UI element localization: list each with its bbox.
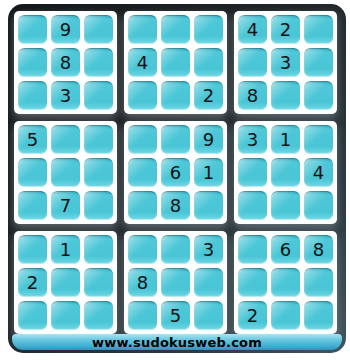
- cell-r3c8[interactable]: [271, 81, 300, 110]
- cell-r4c5[interactable]: [161, 125, 190, 154]
- cell-r3c9[interactable]: [304, 81, 333, 110]
- cell-r4c8[interactable]: 1: [271, 125, 300, 154]
- cell-r8c3[interactable]: [84, 268, 113, 297]
- box-3-1: 12: [14, 231, 117, 334]
- cell-r9c4[interactable]: [128, 301, 157, 330]
- cell-r4c2[interactable]: [51, 125, 80, 154]
- cell-r6c8[interactable]: [271, 191, 300, 220]
- cell-r2c7[interactable]: [238, 48, 267, 77]
- cell-r7c6[interactable]: 3: [194, 235, 223, 264]
- sudoku-board: 98342423857961831412385682 www.sudokuswe…: [8, 4, 346, 353]
- cell-r1c7[interactable]: 4: [238, 15, 267, 44]
- cell-r9c9[interactable]: [304, 301, 333, 330]
- cell-r3c2[interactable]: 3: [51, 81, 80, 110]
- box-2-2: 9618: [124, 121, 227, 224]
- cell-r7c8[interactable]: 6: [271, 235, 300, 264]
- cell-r5c2[interactable]: [51, 158, 80, 187]
- cell-r1c9[interactable]: [304, 15, 333, 44]
- cell-r8c1[interactable]: 2: [18, 268, 47, 297]
- cell-r8c6[interactable]: [194, 268, 223, 297]
- cell-r5c4[interactable]: [128, 158, 157, 187]
- cell-r9c7[interactable]: 2: [238, 301, 267, 330]
- cell-r8c4[interactable]: 8: [128, 268, 157, 297]
- cell-r5c1[interactable]: [18, 158, 47, 187]
- cell-r3c3[interactable]: [84, 81, 113, 110]
- cell-r2c2[interactable]: 8: [51, 48, 80, 77]
- box-3-2: 385: [124, 231, 227, 334]
- box-2-3: 314: [234, 121, 337, 224]
- box-1-2: 42: [124, 11, 227, 114]
- cell-r2c4[interactable]: 4: [128, 48, 157, 77]
- cell-r6c5[interactable]: 8: [161, 191, 190, 220]
- cell-r3c7[interactable]: 8: [238, 81, 267, 110]
- cell-r8c8[interactable]: [271, 268, 300, 297]
- cell-r1c5[interactable]: [161, 15, 190, 44]
- cell-r2c3[interactable]: [84, 48, 113, 77]
- cell-r9c2[interactable]: [51, 301, 80, 330]
- box-1-1: 983: [14, 11, 117, 114]
- cell-r7c1[interactable]: [18, 235, 47, 264]
- cell-r6c6[interactable]: [194, 191, 223, 220]
- cell-r6c1[interactable]: [18, 191, 47, 220]
- box-3-3: 682: [234, 231, 337, 334]
- cell-r1c8[interactable]: 2: [271, 15, 300, 44]
- cell-r4c6[interactable]: 9: [194, 125, 223, 154]
- cell-r5c6[interactable]: 1: [194, 158, 223, 187]
- cell-r9c5[interactable]: 5: [161, 301, 190, 330]
- cell-r8c7[interactable]: [238, 268, 267, 297]
- cell-r7c9[interactable]: 8: [304, 235, 333, 264]
- cell-r5c3[interactable]: [84, 158, 113, 187]
- sudoku-grid: 98342423857961831412385682: [14, 11, 337, 334]
- cell-r7c7[interactable]: [238, 235, 267, 264]
- cell-r7c4[interactable]: [128, 235, 157, 264]
- cell-r8c9[interactable]: [304, 268, 333, 297]
- cell-r6c7[interactable]: [238, 191, 267, 220]
- cell-r9c1[interactable]: [18, 301, 47, 330]
- cell-r9c6[interactable]: [194, 301, 223, 330]
- cell-r1c6[interactable]: [194, 15, 223, 44]
- cell-r5c8[interactable]: [271, 158, 300, 187]
- cell-r7c3[interactable]: [84, 235, 113, 264]
- cell-r2c6[interactable]: [194, 48, 223, 77]
- cell-r2c8[interactable]: 3: [271, 48, 300, 77]
- cell-r5c5[interactable]: 6: [161, 158, 190, 187]
- cell-r6c3[interactable]: [84, 191, 113, 220]
- cell-r4c1[interactable]: 5: [18, 125, 47, 154]
- cell-r4c4[interactable]: [128, 125, 157, 154]
- cell-r7c5[interactable]: [161, 235, 190, 264]
- cell-r6c4[interactable]: [128, 191, 157, 220]
- cell-r9c8[interactable]: [271, 301, 300, 330]
- cell-r1c3[interactable]: [84, 15, 113, 44]
- cell-r8c5[interactable]: [161, 268, 190, 297]
- cell-r1c4[interactable]: [128, 15, 157, 44]
- box-2-1: 57: [14, 121, 117, 224]
- cell-r4c7[interactable]: 3: [238, 125, 267, 154]
- website-url[interactable]: www.sudokusweb.com: [92, 335, 262, 350]
- cell-r3c6[interactable]: 2: [194, 81, 223, 110]
- cell-r2c9[interactable]: [304, 48, 333, 77]
- box-1-3: 4238: [234, 11, 337, 114]
- cell-r9c3[interactable]: [84, 301, 113, 330]
- cell-r5c9[interactable]: 4: [304, 158, 333, 187]
- cell-r1c2[interactable]: 9: [51, 15, 80, 44]
- cell-r3c5[interactable]: [161, 81, 190, 110]
- cell-r6c9[interactable]: [304, 191, 333, 220]
- cell-r1c1[interactable]: [18, 15, 47, 44]
- cell-r4c3[interactable]: [84, 125, 113, 154]
- cell-r6c2[interactable]: 7: [51, 191, 80, 220]
- cell-r8c2[interactable]: [51, 268, 80, 297]
- cell-r3c1[interactable]: [18, 81, 47, 110]
- cell-r3c4[interactable]: [128, 81, 157, 110]
- cell-r5c7[interactable]: [238, 158, 267, 187]
- cell-r2c1[interactable]: [18, 48, 47, 77]
- cell-r2c5[interactable]: [161, 48, 190, 77]
- cell-r7c2[interactable]: 1: [51, 235, 80, 264]
- footer-bar: www.sudokusweb.com: [12, 334, 342, 350]
- cell-r4c9[interactable]: [304, 125, 333, 154]
